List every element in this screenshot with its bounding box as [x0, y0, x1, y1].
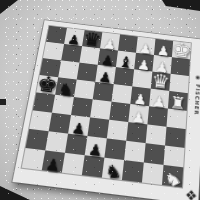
black-knight-h4[interactable]: ♞: [102, 158, 124, 180]
square-g3[interactable]: [124, 141, 146, 163]
square-h2[interactable]: [142, 162, 164, 184]
black-knight-d7[interactable]: ♞: [55, 77, 77, 97]
black-pawn-h7[interactable]: ♟: [42, 150, 65, 172]
square-f5[interactable]: [87, 117, 109, 138]
piece-glyph: ♞: [104, 162, 122, 181]
piece-glyph: ♟: [71, 121, 87, 137]
white-rook-d1[interactable]: ♜: [168, 91, 188, 111]
chess-board: ♛♟♟♝♟♚♞♟♟♟♞♟♟♟♚♟♟♛♟♟♜♟♞ ◉ FISCHER ❖: [12, 20, 200, 200]
square-g1[interactable]: [164, 146, 185, 168]
piece-glyph: ♚: [171, 39, 192, 61]
black-pawn-c5[interactable]: ♟: [95, 65, 116, 84]
square-d4[interactable]: [112, 84, 133, 104]
piece-glyph: ♟: [44, 157, 61, 174]
square-g2[interactable]: [144, 143, 165, 165]
white-pawn-b3[interactable]: ♟: [134, 53, 154, 72]
piece-glyph: ♟: [152, 94, 166, 110]
brand-text: FISCHER: [193, 84, 200, 116]
white-knight-h1[interactable]: ♞: [162, 165, 183, 187]
square-c1[interactable]: [169, 74, 189, 93]
white-pawn-e3[interactable]: ♟: [128, 104, 149, 124]
piece-glyph: ♝: [117, 54, 133, 71]
square-f2[interactable]: [146, 124, 167, 145]
piece-glyph: ♟: [66, 33, 81, 47]
piece-glyph: ♟: [87, 142, 103, 159]
piece-glyph: ♜: [169, 94, 186, 113]
piece-glyph: ♟: [137, 58, 151, 73]
square-h3[interactable]: [122, 160, 144, 182]
piece-glyph: ♟: [98, 70, 113, 85]
black-pawn-a7[interactable]: ♟: [64, 28, 85, 46]
white-king-a1[interactable]: ♚: [172, 41, 191, 59]
brand-logo-icon: ◉: [195, 73, 200, 80]
white-pawn-d3[interactable]: ♟: [130, 86, 150, 106]
black-pawn-g5[interactable]: ♟: [85, 136, 107, 158]
square-e5[interactable]: [90, 99, 111, 119]
square-e4[interactable]: [109, 102, 130, 122]
black-pawn-f6[interactable]: ♟: [68, 115, 90, 136]
surface-mark: [0, 99, 6, 105]
piece-glyph: ♟: [131, 110, 146, 126]
square-g4[interactable]: [104, 138, 126, 160]
piece-glyph: ♞: [57, 81, 75, 99]
corner-ornament-icon: ❖: [185, 187, 198, 200]
black-bishop-b4[interactable]: ♝: [116, 51, 136, 70]
board-grid: ♛♟♟♝♟♚♞♟♟♟♞♟♟♟♚♟♟♛♟♟♜♟♞: [22, 26, 191, 188]
photo-scene: ♛♟♟♝♟♚♞♟♟♟♞♟♟♟♚♟♟♛♟♟♜♟♞ ◉ FISCHER ❖: [0, 0, 200, 200]
white-pawn-d2[interactable]: ♟: [149, 89, 169, 109]
square-f1[interactable]: [165, 127, 186, 148]
square-f4[interactable]: [107, 120, 128, 141]
piece-glyph: ♞: [161, 168, 184, 191]
